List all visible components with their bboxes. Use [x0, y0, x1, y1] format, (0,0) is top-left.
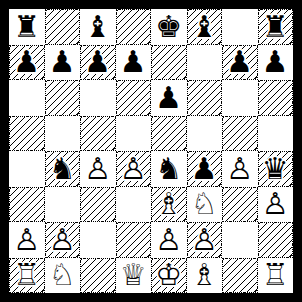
square-e5[interactable] [151, 116, 187, 152]
square-c7[interactable]: ♟♟ [80, 45, 116, 81]
square-h1[interactable]: ♜♖ [258, 258, 294, 294]
square-d1[interactable]: ♛♕ [116, 258, 152, 294]
piece-black-pawn[interactable]: ♟ [188, 152, 222, 186]
piece-white-rook[interactable]: ♖ [258, 258, 294, 294]
piece-white-king[interactable]: ♔ [152, 259, 186, 293]
square-d5[interactable] [116, 116, 152, 152]
square-e2[interactable]: ♟♙ [151, 222, 187, 258]
piece-white-pawn[interactable]: ♙ [222, 151, 258, 187]
square-e1[interactable]: ♚♔ [151, 258, 187, 294]
square-g4[interactable]: ♟♙ [222, 151, 258, 187]
square-f7[interactable] [187, 45, 223, 81]
square-e6[interactable]: ♟♟ [151, 80, 187, 116]
square-g3[interactable] [222, 187, 258, 223]
piece-white-pawn[interactable]: ♙ [80, 151, 116, 187]
square-a2[interactable]: ♟♙ [9, 222, 45, 258]
square-d3[interactable] [116, 187, 152, 223]
square-f4[interactable]: ♟♟ [187, 151, 223, 187]
piece-white-knight[interactable]: ♘ [187, 187, 223, 223]
square-a3[interactable] [9, 187, 45, 223]
square-b6[interactable] [45, 80, 81, 116]
square-c1[interactable] [80, 258, 116, 294]
square-g8[interactable] [222, 9, 258, 45]
piece-black-pawn[interactable]: ♟ [151, 80, 187, 116]
square-g6[interactable] [222, 80, 258, 116]
piece-white-pawn[interactable]: ♙ [258, 187, 294, 223]
piece-black-king[interactable]: ♚ [151, 9, 187, 45]
square-a4[interactable] [9, 151, 45, 187]
square-d7[interactable]: ♟♟ [116, 45, 152, 81]
square-h6[interactable] [258, 80, 294, 116]
piece-black-bishop[interactable]: ♝ [80, 9, 116, 45]
piece-black-rook[interactable]: ♜ [9, 9, 45, 45]
square-h8[interactable]: ♜♜ [258, 9, 294, 45]
piece-black-pawn[interactable]: ♟ [45, 45, 81, 81]
square-f3[interactable]: ♞♘ [187, 187, 223, 223]
square-a8[interactable]: ♜♜ [9, 9, 45, 45]
square-f1[interactable]: ♝♗ [187, 258, 223, 294]
piece-white-rook[interactable]: ♖ [10, 259, 44, 293]
piece-white-bishop[interactable]: ♗ [152, 188, 186, 222]
piece-black-bishop[interactable]: ♝ [188, 10, 222, 44]
piece-white-pawn[interactable]: ♙ [46, 223, 80, 257]
square-c8[interactable]: ♝♝ [80, 9, 116, 45]
piece-white-pawn[interactable]: ♙ [188, 223, 222, 257]
square-h3[interactable]: ♟♙ [258, 187, 294, 223]
square-a5[interactable] [9, 116, 45, 152]
square-g5[interactable] [222, 116, 258, 152]
square-e7[interactable] [151, 45, 187, 81]
square-f5[interactable] [187, 116, 223, 152]
square-e8[interactable]: ♚♚ [151, 9, 187, 45]
piece-white-knight[interactable]: ♘ [45, 258, 81, 294]
piece-black-pawn[interactable]: ♟ [10, 46, 44, 80]
piece-white-pawn[interactable]: ♙ [117, 152, 151, 186]
square-g2[interactable] [222, 222, 258, 258]
square-d8[interactable] [116, 9, 152, 45]
square-f6[interactable] [187, 80, 223, 116]
square-c5[interactable] [80, 116, 116, 152]
piece-black-pawn[interactable]: ♟ [81, 46, 115, 80]
piece-black-pawn[interactable]: ♟ [258, 45, 294, 81]
piece-black-pawn[interactable]: ♟ [223, 46, 257, 80]
square-a6[interactable] [9, 80, 45, 116]
piece-white-bishop[interactable]: ♗ [187, 258, 223, 294]
square-f2[interactable]: ♟♙ [187, 222, 223, 258]
square-b7[interactable]: ♟♟ [45, 45, 81, 81]
square-d4[interactable]: ♟♙ [116, 151, 152, 187]
square-f8[interactable]: ♝♝ [187, 9, 223, 45]
square-b8[interactable] [45, 9, 81, 45]
piece-black-knight[interactable]: ♞ [151, 151, 187, 187]
square-c6[interactable] [80, 80, 116, 116]
square-b1[interactable]: ♞♘ [45, 258, 81, 294]
piece-black-pawn[interactable]: ♟ [116, 45, 152, 81]
piece-white-pawn[interactable]: ♙ [9, 222, 45, 258]
square-b5[interactable] [45, 116, 81, 152]
square-c4[interactable]: ♟♙ [80, 151, 116, 187]
square-h7[interactable]: ♟♟ [258, 45, 294, 81]
square-h2[interactable] [258, 222, 294, 258]
square-c2[interactable] [80, 222, 116, 258]
square-e3[interactable]: ♝♗ [151, 187, 187, 223]
square-g7[interactable]: ♟♟ [222, 45, 258, 81]
chess-board: ♜♜♝♝♚♚♝♝♜♜♟♟♟♟♟♟♟♟♟♟♟♟♟♟♞♞♟♙♟♙♞♞♟♟♟♙♛♛♝♗… [9, 9, 293, 293]
piece-black-knight[interactable]: ♞ [46, 152, 80, 186]
square-d6[interactable] [116, 80, 152, 116]
piece-black-queen[interactable]: ♛ [259, 152, 293, 186]
square-c3[interactable] [80, 187, 116, 223]
square-b4[interactable]: ♞♞ [45, 151, 81, 187]
board-frame: ♜♜♝♝♚♚♝♝♜♜♟♟♟♟♟♟♟♟♟♟♟♟♟♟♞♞♟♙♟♙♞♞♟♟♟♙♛♛♝♗… [0, 0, 302, 302]
square-h4[interactable]: ♛♛ [258, 151, 294, 187]
square-d2[interactable] [116, 222, 152, 258]
square-b3[interactable] [45, 187, 81, 223]
square-b2[interactable]: ♟♙ [45, 222, 81, 258]
square-g1[interactable] [222, 258, 258, 294]
square-a7[interactable]: ♟♟ [9, 45, 45, 81]
piece-white-pawn[interactable]: ♙ [151, 222, 187, 258]
square-h5[interactable] [258, 116, 294, 152]
square-e4[interactable]: ♞♞ [151, 151, 187, 187]
square-a1[interactable]: ♜♖ [9, 258, 45, 294]
piece-white-queen[interactable]: ♕ [116, 258, 152, 294]
piece-black-rook[interactable]: ♜ [259, 10, 293, 44]
